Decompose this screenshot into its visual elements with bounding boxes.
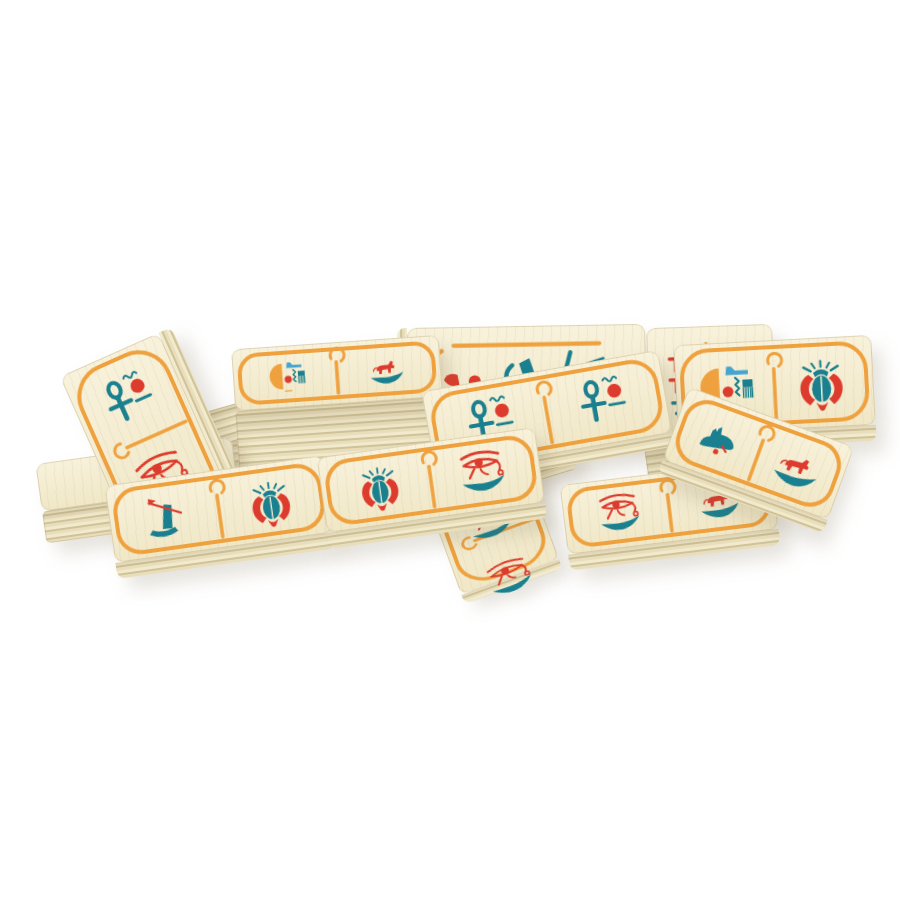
half-boat-beast	[335, 341, 436, 398]
scarab-glyph-icon	[234, 471, 307, 533]
boat-beast-glyph-icon	[763, 434, 830, 502]
eye-boat-glyph-icon	[585, 486, 654, 540]
sun-comb-glyph-icon	[255, 354, 320, 398]
scarab-glyph-icon	[343, 457, 416, 517]
sailboat-glyph-icon	[131, 486, 204, 548]
jackal-glyph-icon	[686, 406, 753, 474]
scarab-glyph-icon	[790, 350, 853, 415]
half-scarab	[773, 341, 870, 424]
half-sun-comb	[237, 348, 338, 405]
ankh-sun-glyph-icon	[82, 357, 176, 442]
ankh-sun-glyph-icon	[562, 368, 644, 437]
eye-boat-glyph-icon	[446, 443, 519, 503]
boat-beast-glyph-icon	[353, 348, 418, 392]
eye-boat-glyph-icon	[469, 546, 552, 609]
half-eye-boat	[566, 478, 672, 548]
scene	[0, 0, 900, 900]
